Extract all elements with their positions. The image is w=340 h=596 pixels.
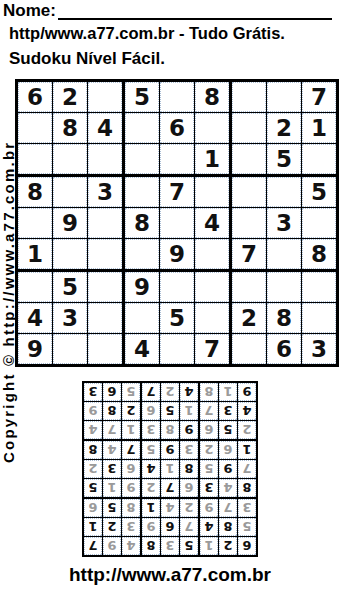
puzzle-cell-r4c1: 8: [18, 177, 52, 207]
solution-cell-r8c1: 4: [238, 402, 256, 420]
puzzle-cell-r2c6: [195, 113, 229, 143]
solution-box: 174289563: [84, 383, 140, 439]
puzzle-cell-r7c6: [195, 272, 229, 302]
puzzle-cell-r1c9: 7: [302, 82, 336, 112]
puzzle-cell-r3c3: [88, 144, 122, 174]
puzzle-cell-r4c6: [195, 177, 229, 207]
solution-cell-r4c8: 1: [103, 479, 121, 497]
solution-grid: 6215843795387692414973218568437951626728…: [82, 381, 258, 557]
puzzle-cell-r4c7: [232, 177, 266, 207]
puzzle-box: 8391: [18, 177, 122, 269]
solution-cell-r5c3: 5: [200, 460, 218, 478]
solution-cell-r7c7: 1: [122, 421, 140, 439]
solution-cell-r6c6: 5: [142, 441, 160, 459]
puzzle-cell-r2c4: [125, 113, 159, 143]
solution-cell-r5c8: 3: [103, 460, 121, 478]
puzzle-cell-r2c9: 1: [302, 113, 336, 143]
puzzle-cell-r9c4: 4: [125, 334, 159, 364]
solution-cell-r1c3: 1: [200, 537, 218, 555]
puzzle-cell-r6c2: [53, 239, 87, 269]
puzzle-cell-r3c4: [125, 144, 159, 174]
solution-cell-r4c3: 3: [200, 479, 218, 497]
puzzle-cell-r2c8: 2: [267, 113, 301, 143]
solution-cell-r2c9: 1: [84, 518, 102, 536]
solution-cell-r8c3: 7: [200, 402, 218, 420]
puzzle-cell-r1c8: [267, 82, 301, 112]
solution-cell-r8c2: 3: [219, 402, 237, 420]
name-underline: [58, 1, 332, 20]
solution-cell-r7c4: 9: [180, 421, 198, 439]
puzzle-cell-r8c8: 8: [267, 303, 301, 333]
solution-cell-r1c7: 4: [122, 537, 140, 555]
puzzle-cell-r8c5: 5: [160, 303, 194, 333]
puzzle-cell-r9c9: 3: [302, 334, 336, 364]
puzzle-cell-r3c2: [53, 144, 87, 174]
puzzle-cell-r5c9: [302, 208, 336, 238]
solution-box: 672814395: [142, 441, 198, 497]
puzzle-cell-r1c3: [88, 82, 122, 112]
puzzle-cell-r6c4: [125, 239, 159, 269]
solution-cell-r9c1: 9: [238, 383, 256, 401]
puzzle-cell-r3c9: [302, 144, 336, 174]
puzzle-cell-r5c7: [232, 208, 266, 238]
puzzle-cell-r7c9: [302, 272, 336, 302]
solution-cell-r4c5: 7: [161, 479, 179, 497]
puzzle-cell-r2c3: 4: [88, 113, 122, 143]
solution-cell-r2c4: 7: [180, 518, 198, 536]
puzzle-cell-r3c6: 1: [195, 144, 229, 174]
solution-cell-r5c6: 4: [142, 460, 160, 478]
solution-box: 256437918: [200, 383, 256, 439]
solution-cell-r9c5: 2: [161, 383, 179, 401]
solution-cell-r8c6: 6: [142, 402, 160, 420]
puzzle-box: 5439: [18, 272, 122, 364]
solution-cell-r7c2: 5: [219, 421, 237, 439]
solution-box: 915632748: [84, 441, 140, 497]
solution-box: 621584379: [200, 499, 256, 555]
puzzle-cell-r6c7: 7: [232, 239, 266, 269]
solution-cell-r2c7: 3: [122, 518, 140, 536]
solution-cell-r3c1: 3: [238, 499, 256, 517]
puzzle-cell-r9c7: [232, 334, 266, 364]
solution-cell-r6c4: 3: [180, 441, 198, 459]
solution-cell-r6c2: 6: [219, 441, 237, 459]
puzzle-cell-r2c5: 6: [160, 113, 194, 143]
puzzle-box: 2863: [232, 272, 336, 364]
puzzle-cell-r8c1: 4: [18, 303, 52, 333]
site-title: http/www.a77.com.br - Tudo Grátis.: [9, 24, 285, 43]
solution-cell-r8c7: 2: [122, 402, 140, 420]
name-row: Nome:: [3, 1, 332, 20]
puzzle-cell-r1c1: 6: [18, 82, 52, 112]
puzzle-cell-r8c3: [88, 303, 122, 333]
solution-cell-r3c7: 8: [122, 499, 140, 517]
solution-cell-r3c8: 5: [103, 499, 121, 517]
puzzle-cell-r5c2: 9: [53, 208, 87, 238]
puzzle-cell-r2c2: 8: [53, 113, 87, 143]
solution-cell-r1c4: 5: [180, 537, 198, 555]
solution-cell-r1c6: 8: [142, 537, 160, 555]
solution-cell-r8c9: 9: [84, 402, 102, 420]
solution-cell-r7c5: 8: [161, 421, 179, 439]
puzzle-cell-r5c3: [88, 208, 122, 238]
solution-cell-r4c2: 4: [219, 479, 237, 497]
puzzle-cell-r3c5: [160, 144, 194, 174]
puzzle-cell-r9c5: [160, 334, 194, 364]
solution-cell-r1c8: 9: [103, 537, 121, 555]
puzzle-box: 7215: [232, 82, 336, 174]
puzzle-cell-r6c3: [88, 239, 122, 269]
solution-cell-r9c9: 3: [84, 383, 102, 401]
solution-cell-r9c3: 8: [200, 383, 218, 401]
solution-box: 983156427: [142, 383, 198, 439]
page-title: Sudoku Nível Fácil.: [9, 49, 165, 69]
puzzle-cell-r1c6: 8: [195, 82, 229, 112]
puzzle-cell-r4c2: [53, 177, 87, 207]
solution-cell-r1c9: 7: [84, 537, 102, 555]
puzzle-cell-r7c8: [267, 272, 301, 302]
solution-cell-r1c2: 2: [219, 537, 237, 555]
puzzle-cell-r7c5: [160, 272, 194, 302]
name-label: Nome:: [3, 1, 56, 20]
solution-box: 538769241: [142, 499, 198, 555]
puzzle-cell-r2c1: [18, 113, 52, 143]
puzzle-cell-r7c3: [88, 272, 122, 302]
puzzle-cell-r5c8: 3: [267, 208, 301, 238]
solution-cell-r8c8: 8: [103, 402, 121, 420]
puzzle-cell-r5c5: [160, 208, 194, 238]
puzzle-cell-r7c1: [18, 272, 52, 302]
solution-cell-r9c8: 6: [103, 383, 121, 401]
solution-cell-r6c5: 9: [161, 441, 179, 459]
solution-cell-r7c6: 3: [142, 421, 160, 439]
puzzle-cell-r1c2: 2: [53, 82, 87, 112]
puzzle-cell-r1c7: [232, 82, 266, 112]
puzzle-cell-r9c1: 9: [18, 334, 52, 364]
puzzle-box: 6284: [18, 82, 122, 174]
puzzle-cell-r3c1: [18, 144, 52, 174]
puzzle-cell-r7c7: [232, 272, 266, 302]
puzzle-cell-r4c4: [125, 177, 159, 207]
puzzle-cell-r9c2: [53, 334, 87, 364]
sudoku-worksheet-page: Nome: http/www.a77.com.br - Tudo Grátis.…: [0, 0, 340, 596]
puzzle-cell-r8c2: 3: [53, 303, 87, 333]
solution-cell-r3c3: 9: [200, 499, 218, 517]
solution-cell-r3c5: 4: [161, 499, 179, 517]
solution-cell-r6c8: 4: [103, 441, 121, 459]
solution-cell-r9c4: 4: [180, 383, 198, 401]
solution-cell-r1c1: 6: [238, 537, 256, 555]
solution-cell-r4c7: 9: [122, 479, 140, 497]
puzzle-cell-r8c6: [195, 303, 229, 333]
solution-cell-r5c9: 2: [84, 460, 102, 478]
puzzle-cell-r5c1: [18, 208, 52, 238]
puzzle-cell-r8c9: [302, 303, 336, 333]
solution-cell-r5c4: 8: [180, 460, 198, 478]
puzzle-cell-r3c8: 5: [267, 144, 301, 174]
solution-cell-r2c1: 5: [238, 518, 256, 536]
puzzle-cell-r8c4: [125, 303, 159, 333]
solution-cell-r5c7: 6: [122, 460, 140, 478]
solution-cell-r7c8: 7: [103, 421, 121, 439]
solution-cell-r7c1: 2: [238, 421, 256, 439]
puzzle-box: 5378: [232, 177, 336, 269]
puzzle-cell-r6c6: [195, 239, 229, 269]
solution-cell-r6c9: 8: [84, 441, 102, 459]
solution-cell-r4c6: 2: [142, 479, 160, 497]
puzzle-cell-r6c1: 1: [18, 239, 52, 269]
solution-cell-r2c6: 9: [142, 518, 160, 536]
solution-cell-r3c9: 6: [84, 499, 102, 517]
solution-box: 497321856: [84, 499, 140, 555]
puzzle-cell-r2c7: [232, 113, 266, 143]
puzzle-box: 9547: [125, 272, 229, 364]
puzzle-cell-r8c7: 2: [232, 303, 266, 333]
solution-cell-r2c2: 8: [219, 518, 237, 536]
solution-cell-r5c5: 1: [161, 460, 179, 478]
puzzle-cell-r9c3: [88, 334, 122, 364]
puzzle-cell-r9c6: 7: [195, 334, 229, 364]
solution-cell-r3c6: 1: [142, 499, 160, 517]
solution-cell-r2c5: 6: [161, 518, 179, 536]
puzzle-cell-r4c9: 5: [302, 177, 336, 207]
solution-cell-r2c8: 2: [103, 518, 121, 536]
puzzle-grid: 628458617215839178495378543995472863: [15, 79, 339, 367]
solution-cell-r8c5: 5: [161, 402, 179, 420]
puzzle-cell-r1c4: 5: [125, 82, 159, 112]
puzzle-cell-r5c6: 4: [195, 208, 229, 238]
solution-cell-r5c2: 9: [219, 460, 237, 478]
solution-box: 843795162: [200, 441, 256, 497]
solution-cell-r4c9: 5: [84, 479, 102, 497]
puzzle-box: 7849: [125, 177, 229, 269]
puzzle-cell-r1c5: [160, 82, 194, 112]
solution-cell-r7c9: 4: [84, 421, 102, 439]
solution-cell-r6c7: 7: [122, 441, 140, 459]
solution-cell-r8c4: 1: [180, 402, 198, 420]
puzzle-box: 5861: [125, 82, 229, 174]
solution-cell-r5c1: 7: [238, 460, 256, 478]
puzzle-cell-r4c8: [267, 177, 301, 207]
solution-cell-r1c5: 3: [161, 537, 179, 555]
puzzle-cell-r7c2: 5: [53, 272, 87, 302]
puzzle-cell-r3c7: [232, 144, 266, 174]
solution-cell-r4c4: 6: [180, 479, 198, 497]
solution-cell-r6c1: 1: [238, 441, 256, 459]
puzzle-cell-r6c8: [267, 239, 301, 269]
puzzle-cell-r7c4: 9: [125, 272, 159, 302]
solution-cell-r2c3: 4: [200, 518, 218, 536]
puzzle-cell-r9c8: 6: [267, 334, 301, 364]
solution-cell-r9c6: 7: [142, 383, 160, 401]
puzzle-cell-r4c5: 7: [160, 177, 194, 207]
solution-cell-r7c3: 6: [200, 421, 218, 439]
puzzle-cell-r5c4: 8: [125, 208, 159, 238]
solution-cell-r3c4: 2: [180, 499, 198, 517]
solution-cell-r9c2: 1: [219, 383, 237, 401]
puzzle-cell-r4c3: 3: [88, 177, 122, 207]
footer-url: http://www.a77.com.br: [0, 564, 340, 586]
solution-cell-r6c3: 2: [200, 441, 218, 459]
solution-cell-r9c7: 5: [122, 383, 140, 401]
solution-cell-r4c1: 8: [238, 479, 256, 497]
solution-cell-r3c2: 7: [219, 499, 237, 517]
puzzle-cell-r6c5: 9: [160, 239, 194, 269]
puzzle-cell-r6c9: 8: [302, 239, 336, 269]
